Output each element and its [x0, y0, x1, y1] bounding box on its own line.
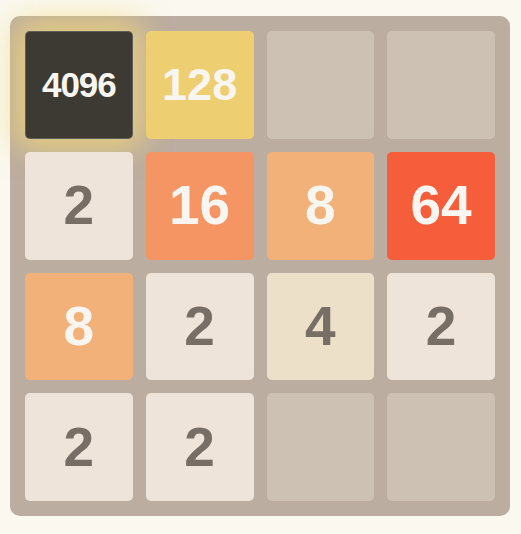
tile-2-r2c1: 2	[25, 152, 133, 260]
empty-cell-r1c3	[267, 31, 375, 139]
tile-64-r2c4: 64	[387, 152, 495, 260]
empty-cell-r4c3	[267, 393, 375, 501]
tile-16-r2c2: 16	[146, 152, 254, 260]
tile-8-r3c1: 8	[25, 273, 133, 381]
empty-cell-r1c4	[387, 31, 495, 139]
tile-8-r2c3: 8	[267, 152, 375, 260]
game-board-2048[interactable]: 4096128216864824222	[10, 16, 510, 516]
tile-2-r4c1: 2	[25, 393, 133, 501]
tile-2-r4c2: 2	[146, 393, 254, 501]
tile-4096-r1c1: 4096	[25, 31, 133, 139]
tile-4-r3c3: 4	[267, 273, 375, 381]
tile-2-r3c4: 2	[387, 273, 495, 381]
game-page: 4096128216864824222	[0, 0, 521, 534]
empty-cell-r4c4	[387, 393, 495, 501]
tile-2-r3c2: 2	[146, 273, 254, 381]
tile-128-r1c2: 128	[146, 31, 254, 139]
